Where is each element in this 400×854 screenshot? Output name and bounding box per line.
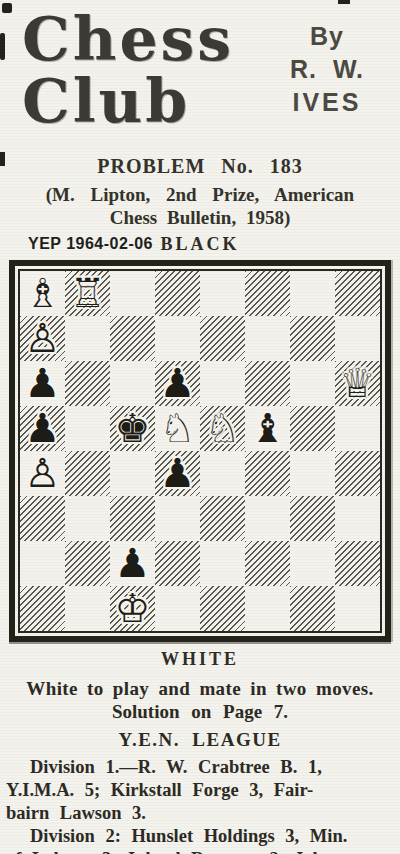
square-b1 (65, 586, 110, 631)
square-f5: ♝ (245, 406, 290, 451)
square-a5: ♟ (20, 406, 65, 451)
square-h4 (335, 451, 380, 496)
white-pawn-a7: ♙ (20, 316, 65, 361)
league-line-1: Division 1.—R. W. Crabtree B. 1, (6, 756, 394, 779)
square-f2 (245, 541, 290, 586)
byline: By R. W. IVES (266, 8, 388, 140)
square-a4: ♙ (20, 451, 65, 496)
square-e2 (200, 541, 245, 586)
byline-initials: R. W. (266, 53, 388, 86)
square-h7 (335, 316, 380, 361)
square-f6 (245, 361, 290, 406)
byline-by: By (266, 20, 388, 53)
board-top-labels: YEP 1964-02-06 BLACK (0, 232, 400, 258)
stipulation-line-2: Solution on Page 7. (0, 700, 400, 723)
square-a2 (20, 541, 65, 586)
white-rook-b8: ♖ (65, 271, 110, 316)
attribution-line-1: (M. Lipton, 2nd Prize, American (0, 183, 400, 206)
ink-speck (2, 3, 12, 13)
newspaper-clipping: Chess Club By R. W. IVES PROBLEM No. 183… (0, 0, 400, 854)
square-c1: ♔ (110, 586, 155, 631)
white-pawn-a4: ♙ (20, 451, 65, 496)
league-heading: Y.E.N. LEAGUE (0, 729, 400, 751)
square-g8 (290, 271, 335, 316)
white-bishop-a8: ♗ (20, 271, 65, 316)
league-line-3: bairn Lawson 3. (6, 802, 394, 825)
square-b6 (65, 361, 110, 406)
square-b5 (65, 406, 110, 451)
square-f3 (245, 496, 290, 541)
square-g2 (290, 541, 335, 586)
ink-speck (0, 33, 5, 60)
square-b4 (65, 451, 110, 496)
square-g4 (290, 451, 335, 496)
square-d5: ♘ (155, 406, 200, 451)
square-g1 (290, 586, 335, 631)
league-results: Division 1.—R. W. Crabtree B. 1, Y.I.M.A… (0, 756, 400, 854)
chess-board-inner: ♗♖♙♟♟♕♟♚♘♘♝♙♟♟♔ (18, 269, 382, 633)
square-e4 (200, 451, 245, 496)
white-king-c1: ♔ (110, 586, 155, 631)
league-line-5: of Labour 3; Inland Revenue 2, John (6, 848, 394, 854)
black-king-c5: ♚ (110, 406, 155, 451)
square-e7 (200, 316, 245, 361)
white-knight-d5: ♘ (155, 406, 200, 451)
square-g6 (290, 361, 335, 406)
column-title-line2: Club (22, 70, 234, 132)
square-a8: ♗ (20, 271, 65, 316)
square-a3 (20, 496, 65, 541)
square-h8 (335, 271, 380, 316)
ink-speck (0, 152, 5, 166)
square-b3 (65, 496, 110, 541)
white-label: WHITE (0, 649, 400, 670)
square-d8 (155, 271, 200, 316)
square-g7 (290, 316, 335, 361)
square-h2 (335, 541, 380, 586)
square-b2 (65, 541, 110, 586)
square-h5 (335, 406, 380, 451)
league-line-4: Division 2: Hunslet Holdings 3, Min. (6, 825, 394, 848)
attribution-line-2: Chess Bulletin, 1958) (0, 206, 400, 229)
black-pawn-a5: ♟ (20, 406, 65, 451)
square-b7 (65, 316, 110, 361)
column-title-line1: Chess (22, 8, 234, 70)
chess-board: ♗♖♙♟♟♕♟♚♘♘♝♙♟♟♔ (9, 260, 391, 642)
black-bishop-f5: ♝ (245, 406, 290, 451)
masthead: Chess Club By R. W. IVES (0, 0, 400, 140)
square-c3 (110, 496, 155, 541)
square-e6 (200, 361, 245, 406)
square-c2: ♟ (110, 541, 155, 586)
problem-heading: PROBLEM No. 183 (0, 154, 400, 178)
square-c5: ♚ (110, 406, 155, 451)
square-e5: ♘ (200, 406, 245, 451)
square-a7: ♙ (20, 316, 65, 361)
square-h1 (335, 586, 380, 631)
white-queen-h6: ♕ (335, 361, 380, 406)
square-a1 (20, 586, 65, 631)
square-g3 (290, 496, 335, 541)
square-d1 (155, 586, 200, 631)
square-a6: ♟ (20, 361, 65, 406)
square-d7 (155, 316, 200, 361)
column-title: Chess Club (22, 8, 234, 140)
square-d6: ♟ (155, 361, 200, 406)
square-h3 (335, 496, 380, 541)
square-f1 (245, 586, 290, 631)
square-c8 (110, 271, 155, 316)
stipulation-line-1: White to play and mate in two moves. (0, 677, 400, 700)
square-d4: ♟ (155, 451, 200, 496)
black-label: BLACK (0, 234, 400, 255)
square-d2 (155, 541, 200, 586)
black-pawn-a6: ♟ (20, 361, 65, 406)
square-e3 (200, 496, 245, 541)
square-b8: ♖ (65, 271, 110, 316)
square-g5 (290, 406, 335, 451)
square-c4 (110, 451, 155, 496)
square-c6 (110, 361, 155, 406)
league-line-2: Y.I.M.A. 5; Kirkstall Forge 3, Fair- (6, 779, 394, 802)
ink-speck (338, 0, 350, 4)
black-pawn-c2: ♟ (110, 541, 155, 586)
square-e8 (200, 271, 245, 316)
square-e1 (200, 586, 245, 631)
white-knight-e5: ♘ (200, 406, 245, 451)
byline-surname: IVES (266, 86, 388, 119)
square-f4 (245, 451, 290, 496)
square-f8 (245, 271, 290, 316)
board-grid: ♗♖♙♟♟♕♟♚♘♘♝♙♟♟♔ (20, 271, 380, 631)
square-f7 (245, 316, 290, 361)
black-pawn-d6: ♟ (155, 361, 200, 406)
square-d3 (155, 496, 200, 541)
square-h6: ♕ (335, 361, 380, 406)
black-pawn-d4: ♟ (155, 451, 200, 496)
square-c7 (110, 316, 155, 361)
